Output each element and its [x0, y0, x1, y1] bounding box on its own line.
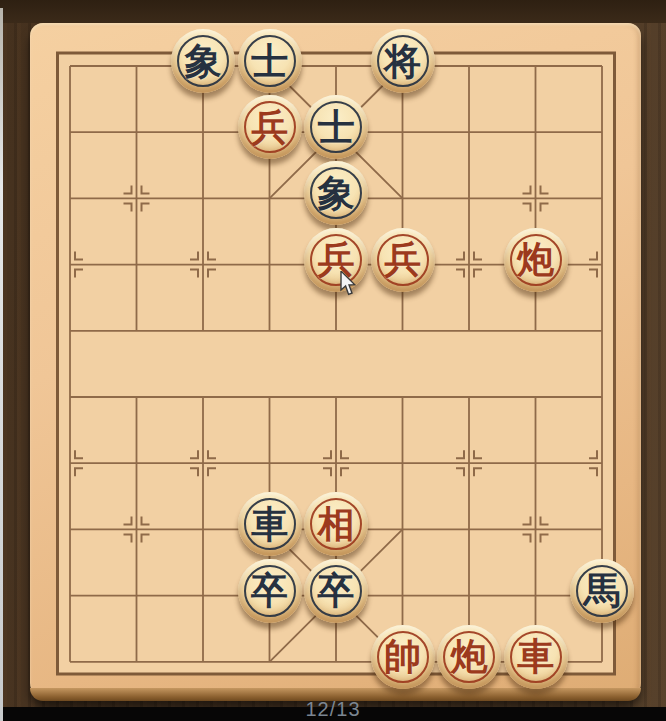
piece-red-chariot[interactable]: 車: [504, 625, 568, 689]
piece-glyph: 兵: [371, 228, 435, 292]
piece-black-soldier[interactable]: 卒: [238, 559, 302, 623]
window-edge-strip: [0, 8, 3, 721]
move-progress-counter: 12/13: [0, 698, 666, 721]
piece-glyph: 兵: [238, 95, 302, 159]
piece-glyph: 象: [171, 29, 235, 93]
piece-glyph: 車: [238, 492, 302, 556]
piece-black-elephant[interactable]: 象: [304, 161, 368, 225]
piece-red-soldier[interactable]: 兵: [371, 228, 435, 292]
piece-glyph: 士: [304, 95, 368, 159]
piece-glyph: 炮: [437, 625, 501, 689]
piece-black-elephant[interactable]: 象: [171, 29, 235, 93]
piece-red-elephant[interactable]: 相: [304, 492, 368, 556]
piece-glyph: 相: [304, 492, 368, 556]
piece-black-horse[interactable]: 馬: [570, 559, 634, 623]
game-screen: 象士将兵士象兵兵炮車相卒卒馬帥炮車 12/13: [0, 0, 666, 721]
piece-glyph: 炮: [504, 228, 568, 292]
piece-glyph: 卒: [304, 559, 368, 623]
mouse-cursor: [340, 271, 360, 297]
piece-black-general[interactable]: 将: [371, 29, 435, 93]
piece-glyph: 象: [304, 161, 368, 225]
piece-red-general[interactable]: 帥: [371, 625, 435, 689]
piece-glyph: 車: [504, 625, 568, 689]
piece-glyph: 士: [238, 29, 302, 93]
piece-red-cannon[interactable]: 炮: [504, 228, 568, 292]
piece-glyph: 将: [371, 29, 435, 93]
piece-glyph: 馬: [570, 559, 634, 623]
piece-red-cannon[interactable]: 炮: [437, 625, 501, 689]
piece-red-soldier[interactable]: 兵: [238, 95, 302, 159]
piece-glyph: 帥: [371, 625, 435, 689]
piece-black-chariot[interactable]: 車: [238, 492, 302, 556]
piece-black-advisor[interactable]: 士: [304, 95, 368, 159]
piece-black-soldier[interactable]: 卒: [304, 559, 368, 623]
piece-glyph: 卒: [238, 559, 302, 623]
piece-black-advisor[interactable]: 士: [238, 29, 302, 93]
